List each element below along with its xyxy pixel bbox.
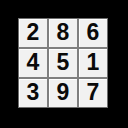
- cell-r2c3[interactable]: 1: [79, 49, 107, 77]
- cell-digit: 9: [57, 81, 70, 104]
- number-grid-board: 2 8 6 4 5 1 3 9 7: [18, 18, 108, 108]
- cell-digit: 5: [57, 51, 70, 74]
- cell-digit: 4: [27, 51, 40, 74]
- cell-digit: 8: [57, 21, 70, 44]
- cell-digit: 6: [87, 21, 100, 44]
- cell-r3c2[interactable]: 9: [49, 79, 77, 107]
- cell-digit: 7: [87, 81, 100, 104]
- cell-r1c2[interactable]: 8: [49, 19, 77, 47]
- cell-digit: 2: [27, 21, 40, 44]
- cell-r2c2[interactable]: 5: [49, 49, 77, 77]
- cell-r2c1[interactable]: 4: [19, 49, 47, 77]
- cell-digit: 1: [87, 51, 100, 74]
- cell-digit: 3: [27, 81, 40, 104]
- cell-r1c1[interactable]: 2: [19, 19, 47, 47]
- cell-r3c1[interactable]: 3: [19, 79, 47, 107]
- cell-r1c3[interactable]: 6: [79, 19, 107, 47]
- cell-r3c3[interactable]: 7: [79, 79, 107, 107]
